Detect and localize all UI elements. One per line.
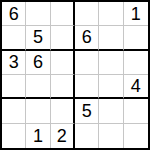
cell-r6c2[interactable]: 1: [26, 124, 50, 148]
cell-r1c3[interactable]: [51, 2, 75, 26]
cell-r5c5[interactable]: [99, 99, 123, 123]
cell-r3c6[interactable]: [124, 51, 148, 75]
cell-r4c1[interactable]: [2, 75, 26, 99]
cell-r4c3[interactable]: [51, 75, 75, 99]
cell-r1c5[interactable]: [99, 2, 123, 26]
cell-r5c4[interactable]: 5: [75, 99, 99, 123]
cell-r1c1[interactable]: 6: [2, 2, 26, 26]
cell-r1c4[interactable]: [75, 2, 99, 26]
cell-r1c2[interactable]: [26, 2, 50, 26]
cell-r5c1[interactable]: [2, 99, 26, 123]
cell-r6c5[interactable]: [99, 124, 123, 148]
cell-r4c2[interactable]: [26, 75, 50, 99]
cell-r2c1[interactable]: [2, 26, 26, 50]
cell-r6c1[interactable]: [2, 124, 26, 148]
cell-r2c4[interactable]: 6: [75, 26, 99, 50]
cell-r3c2[interactable]: 6: [26, 51, 50, 75]
cell-r6c6[interactable]: [124, 124, 148, 148]
cell-r2c5[interactable]: [99, 26, 123, 50]
cell-r3c3[interactable]: [51, 51, 75, 75]
cell-r2c2[interactable]: 5: [26, 26, 50, 50]
cell-r2c3[interactable]: [51, 26, 75, 50]
cell-r2c6[interactable]: [124, 26, 148, 50]
cell-r4c4[interactable]: [75, 75, 99, 99]
cell-r3c5[interactable]: [99, 51, 123, 75]
cell-r1c6[interactable]: 1: [124, 2, 148, 26]
cell-r5c6[interactable]: [124, 99, 148, 123]
cell-r3c4[interactable]: [75, 51, 99, 75]
sudoku-board: 6156364512: [0, 0, 150, 150]
cell-r5c3[interactable]: [51, 99, 75, 123]
cell-r4c5[interactable]: [99, 75, 123, 99]
cell-r4c6[interactable]: 4: [124, 75, 148, 99]
cell-r6c4[interactable]: [75, 124, 99, 148]
cell-r5c2[interactable]: [26, 99, 50, 123]
cell-r3c1[interactable]: 3: [2, 51, 26, 75]
cell-r6c3[interactable]: 2: [51, 124, 75, 148]
